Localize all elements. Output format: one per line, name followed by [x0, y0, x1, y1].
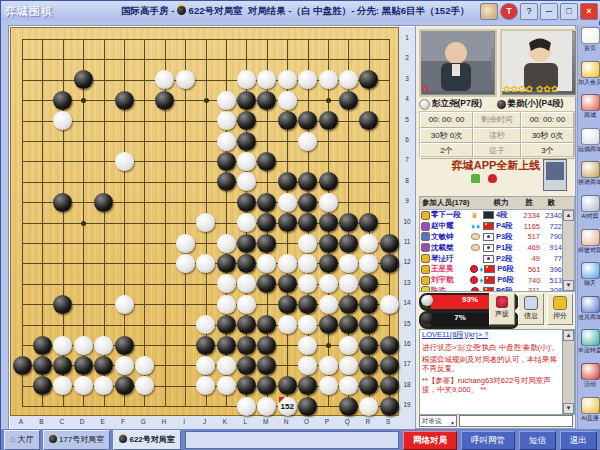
- player-wins: 2334: [518, 211, 540, 220]
- white-stone-F17: [115, 356, 134, 375]
- row-label-9: 9: [401, 197, 413, 204]
- member-mug-icon: [421, 243, 430, 252]
- white-stone-I3: [176, 70, 195, 89]
- player-rank: 4段: [496, 210, 518, 220]
- white-player-photo: ✿: [419, 29, 497, 97]
- white-stone-G17: [135, 356, 154, 375]
- 聊天-icon: [581, 262, 600, 279]
- white-stone-I11: [176, 234, 195, 253]
- 声援-button[interactable]: 声援: [489, 293, 515, 325]
- white-stone-L14: [237, 295, 256, 314]
- row-label-18: 18: [401, 381, 413, 388]
- participant-row[interactable]: 零下一段♛4段23342340: [420, 210, 563, 221]
- col-label-M: M: [261, 418, 271, 425]
- player-rank: P3段: [496, 232, 518, 242]
- white-stone-K18: [217, 376, 236, 395]
- member-mug-icon: [421, 265, 430, 274]
- board-panel: 152 12345678910111213141516171819 ABCDEF…: [8, 25, 416, 431]
- black-stone-K15: [217, 315, 236, 334]
- black-stone-M9: [257, 193, 276, 212]
- player-rank: P6段: [497, 275, 519, 285]
- side-icon-师徒对弈[interactable]: 师徒对弈: [578, 227, 600, 261]
- player-name: 陈浩: [431, 286, 471, 291]
- 短信-button[interactable]: 短信: [519, 431, 556, 450]
- white-stone-Q16: [339, 336, 358, 355]
- oval-badge-icon: [471, 244, 480, 251]
- black-stone-knob: [421, 312, 433, 324]
- col-label-H: H: [159, 418, 169, 425]
- col-label-E: E: [98, 418, 108, 425]
- side-icon-商城[interactable]: 商城: [578, 92, 600, 126]
- info-icon: [524, 296, 538, 310]
- white-stone-M19: [257, 397, 276, 416]
- flag-icon-cn: [483, 287, 494, 291]
- black-stone-L9: [237, 193, 256, 212]
- 信息-button[interactable]: 信息: [518, 293, 544, 325]
- last-move-stone: 152: [278, 397, 297, 416]
- white-stone-K17: [217, 356, 236, 375]
- 退出-button[interactable]: 退出: [560, 431, 597, 450]
- tab-622号对局室[interactable]: 622号对局室: [113, 430, 181, 450]
- chat-line: LOVE11(8段)(kr)> ?: [422, 331, 562, 340]
- row-coordinates: 12345678910111213141516171819: [401, 27, 413, 416]
- player-losses: 77: [540, 254, 563, 263]
- member-mug-icon: [421, 211, 430, 220]
- black-stone-P11: [319, 234, 338, 253]
- black-stone-C14: [53, 295, 72, 314]
- black-stone-S18: [380, 376, 399, 395]
- row-label-5: 5: [401, 116, 413, 123]
- white-stone-O12: [298, 254, 317, 273]
- goban[interactable]: 152: [10, 27, 399, 416]
- player-name: 沈載桀: [431, 243, 471, 253]
- black-stone-Q11: [339, 234, 358, 253]
- bottom-buttons: 网络对局呼叫网管短信退出: [403, 431, 600, 450]
- chat-target-dropdown[interactable]: 对谁说: [419, 415, 457, 427]
- black-player-photo: ✿✿✿✿ ✿✿✿: [500, 29, 578, 97]
- black-stone-A17: [13, 356, 32, 375]
- col-label-C: C: [57, 418, 67, 425]
- player-name: 王星昊: [431, 264, 470, 274]
- player-wins: 1165: [518, 222, 540, 231]
- column-coordinates: ABCDEFGHIJKLMNOPQRS: [10, 418, 399, 428]
- black-stone-O19: [298, 397, 317, 416]
- white-stone-O17: [298, 356, 317, 375]
- black-stone-S12: [380, 254, 399, 273]
- participant-rows: 零下一段♛4段23342340赵中耀♦♦P4段1165722文敏钟P3段5177…: [420, 210, 563, 291]
- captures-label: 提子: [473, 143, 521, 159]
- bet-icon: [553, 296, 567, 310]
- hand-cursor-icon[interactable]: [480, 3, 498, 20]
- black-stone-L4: [237, 91, 256, 110]
- player-losses: 396: [540, 265, 563, 274]
- participant-row[interactable]: 刘宇航♦P6段740513: [420, 275, 563, 286]
- scroll-up-icon[interactable]: ▲: [563, 210, 574, 221]
- black-stone-L12: [237, 254, 256, 273]
- col-label-N: N: [281, 418, 291, 425]
- clock-panel: 00: 00: 00 剩余时间 00: 00: 00 30秒 0次 读秒 30秒…: [419, 111, 575, 157]
- 首页-icon: [581, 27, 600, 44]
- flag-icon-cn: [484, 265, 495, 273]
- player-losses: 790: [540, 232, 563, 241]
- white-player-name: 彭立尧(P7段): [419, 98, 497, 110]
- black-captures: 3个: [521, 143, 574, 159]
- chat-scrollbar[interactable]: ▲ ▼: [562, 330, 574, 414]
- help-icon[interactable]: ?: [520, 3, 538, 20]
- white-stone-L7: [237, 152, 256, 171]
- row-label-8: 8: [401, 177, 413, 184]
- white-stone-R19: [359, 397, 378, 416]
- white-stone-N4: [278, 91, 297, 110]
- col-label-I: I: [179, 418, 189, 425]
- white-byoyomi: 30秒 0次: [420, 128, 473, 144]
- tab-大厅[interactable]: ⌂ 大厅: [4, 430, 40, 450]
- black-stone-F16: [115, 336, 134, 355]
- bomb-room-icon: [49, 435, 57, 443]
- player-wins: 49: [518, 254, 540, 263]
- player-losses: 308: [540, 286, 563, 291]
- grid-line: [22, 406, 389, 407]
- white-stone-N3: [278, 70, 297, 89]
- player-name: 零下一段: [431, 210, 471, 220]
- white-stone-knob: [421, 294, 433, 306]
- maximize-button[interactable]: □: [560, 3, 578, 20]
- side-icon-幸运转盘[interactable]: 幸运转盘: [578, 327, 600, 361]
- room-tabs: ⌂ 大厅 177号对局室 622号对局室: [1, 430, 181, 450]
- side-icon-聊天[interactable]: 聊天: [578, 260, 600, 294]
- white-stone-E16: [94, 336, 113, 355]
- crown-icon: ♛: [471, 211, 478, 220]
- star-point: [81, 221, 86, 226]
- black-stone-K8: [217, 172, 236, 191]
- member-mug-icon: [421, 254, 430, 263]
- side-icon-加入会员[interactable]: 加入会员: [578, 59, 600, 93]
- row-label-2: 2: [401, 54, 413, 61]
- player-name: 琴沚玗: [431, 254, 471, 264]
- black-stone-S16: [380, 336, 399, 355]
- AI对弈-icon: [581, 195, 600, 212]
- participant-list-header: 参加人员(178) 棋力 胜 败: [420, 197, 574, 210]
- minimize-button[interactable]: ─: [540, 3, 558, 20]
- support-bars: 93% 7% 声援信息押分: [419, 293, 573, 327]
- black-stone-C4: [53, 91, 72, 110]
- flag-icon-cn: [483, 222, 494, 230]
- black-stone-F4: [115, 91, 134, 110]
- black-stone-Q4: [339, 91, 358, 110]
- app-banner[interactable]: 弈城APP全新上线: [419, 158, 573, 196]
- flag-icon-dark: [483, 211, 494, 219]
- home-icon: ⌂: [10, 434, 15, 444]
- record-icon[interactable]: T: [500, 3, 518, 20]
- player-losses: 914: [540, 243, 563, 252]
- black-stone-N10: [278, 213, 297, 232]
- chat-messages: LOVE11(8段)(kr)> ?进行状态>'彭立尧'执白 中盘胜'姜勋(小)'…: [422, 331, 562, 398]
- player-losses: 513: [540, 276, 563, 285]
- AI直播-icon: [581, 397, 600, 414]
- 棋谱商城-icon: [581, 161, 600, 178]
- black-stone-R14: [359, 295, 378, 314]
- row-label-15: 15: [401, 320, 413, 327]
- black-stone-F18: [115, 376, 134, 395]
- roster-scrollbar[interactable]: ▲ ▼: [562, 210, 574, 291]
- col-label-O: O: [302, 418, 312, 425]
- black-stone-Q15: [339, 315, 358, 334]
- chat-scroll-down-icon[interactable]: ▼: [563, 403, 574, 414]
- black-stone-L16: [237, 336, 256, 355]
- member-mug-icon: [421, 286, 430, 291]
- android-icon: [471, 174, 480, 183]
- white-stone-icon: [419, 99, 430, 110]
- row-label-16: 16: [401, 340, 413, 347]
- white-captures: 2个: [420, 143, 473, 159]
- player-wins: 517: [518, 232, 540, 241]
- white-stone-K6: [217, 132, 236, 151]
- white-stone-P17: [319, 356, 338, 375]
- row-label-7: 7: [401, 156, 413, 163]
- white-stone-O11: [298, 234, 317, 253]
- white-stone-R11: [359, 234, 378, 253]
- bottom-bar: ⌂ 大厅 177号对局室 622号对局室 网络对局呼叫网管短信退出: [1, 429, 600, 450]
- row-label-4: 4: [401, 95, 413, 102]
- black-stone-L17: [237, 356, 256, 375]
- black-stone-L5: [237, 111, 256, 130]
- member-mug-icon: [421, 276, 430, 285]
- support-buttons: 声援信息押分: [489, 293, 573, 325]
- 加入会员-icon: [581, 61, 600, 78]
- col-label-G: G: [138, 418, 148, 425]
- black-stone-Q10: [339, 213, 358, 232]
- row-label-11: 11: [401, 238, 413, 245]
- 道具商城-icon: [581, 296, 600, 313]
- player-rank: P4段: [496, 221, 518, 231]
- chat-line: 根据弈城规则及对局者的认可，本结果将不再反复。: [422, 356, 562, 373]
- app-window: 弈城围棋 国际高手房 - 622号对局室 对局结果 -（白 中盘胜）- 分先: …: [0, 0, 600, 450]
- black-stone-N14: [278, 295, 297, 314]
- chat-window: LOVE11(8段)(kr)> ?进行状态>'彭立尧'执白 中盘胜'姜勋(小)'…: [419, 329, 575, 415]
- white-stone-K13: [217, 274, 236, 293]
- col-label-B: B: [36, 418, 46, 425]
- participant-row[interactable]: 琴沚玗P2段4977: [420, 253, 563, 264]
- tab-177号对局室[interactable]: 177号对局室: [43, 430, 111, 450]
- row-label-13: 13: [401, 279, 413, 286]
- col-label-L: L: [240, 418, 250, 425]
- black-stone-K16: [217, 336, 236, 355]
- side-icon-道具商城[interactable]: 道具商城: [578, 294, 600, 328]
- row-label-10: 10: [401, 218, 413, 225]
- black-stone-E17: [94, 356, 113, 375]
- 活动-icon: [581, 363, 600, 380]
- player-rank: P6段: [496, 286, 518, 291]
- row-label-19: 19: [401, 401, 413, 408]
- white-stone-D16: [74, 336, 93, 355]
- black-stone-N18: [278, 376, 297, 395]
- row-label-14: 14: [401, 299, 413, 306]
- row-label-17: 17: [401, 360, 413, 367]
- white-stone-Q17: [339, 356, 358, 375]
- black-stone-Q14: [339, 295, 358, 314]
- phone-icon: [543, 159, 567, 191]
- black-stone-icon: [497, 100, 506, 109]
- col-label-D: D: [77, 418, 87, 425]
- scroll-down-icon[interactable]: ▼: [563, 280, 574, 291]
- chat-line: **【参赛】ruchang63对622号对局室声援，中奖9,000。 **: [422, 377, 562, 394]
- col-label-P: P: [322, 418, 332, 425]
- star-point: [204, 98, 209, 103]
- row-label-12: 12: [401, 258, 413, 265]
- white-stone-J12: [196, 254, 215, 273]
- gem-icon: ♦: [471, 222, 475, 231]
- 玩偶商城-icon: [581, 128, 600, 145]
- black-stone-M11: [257, 234, 276, 253]
- white-stone-C16: [53, 336, 72, 355]
- flag-icon-kr: [483, 244, 494, 252]
- col-label-S: S: [383, 418, 393, 425]
- player-rank: P1段: [496, 243, 518, 253]
- black-stone-K7: [217, 152, 236, 171]
- black-support-pct: 7%: [431, 313, 489, 327]
- white-stone-D18: [74, 376, 93, 395]
- white-stone-K4: [217, 91, 236, 110]
- white-stone-O6: [298, 132, 317, 151]
- side-icon-棋谱商城[interactable]: 棋谱商城: [578, 159, 600, 193]
- black-stone-B17: [33, 356, 52, 375]
- black-stone-L6: [237, 132, 256, 151]
- black-stone-S19: [380, 397, 399, 416]
- col-label-K: K: [220, 418, 230, 425]
- white-stone-N15: [278, 315, 297, 334]
- col-label-A: A: [16, 418, 26, 425]
- app-logo: 弈城围棋: [5, 4, 53, 19]
- window-title: 国际高手房 - 622号对局室 对局结果 -（白 中盘胜）- 分先: 黑贴6目半…: [121, 5, 451, 18]
- col-label-Q: Q: [342, 418, 352, 425]
- black-stone-B16: [33, 336, 52, 355]
- black-stone-O9: [298, 193, 317, 212]
- side-icon-AI对弈[interactable]: AI对弈: [578, 193, 600, 227]
- black-stone-O14: [298, 295, 317, 314]
- player-losses: 722: [540, 222, 563, 231]
- 幸运转盘-icon: [581, 329, 600, 346]
- gem-icon: ♦: [476, 222, 480, 231]
- black-stone-J16: [196, 336, 215, 355]
- byoyomi-label: 读秒: [473, 128, 521, 144]
- red-badge-icon: [470, 265, 478, 273]
- black-stone-M16: [257, 336, 276, 355]
- col-label-J: J: [200, 418, 210, 425]
- participant-row[interactable]: 沈載桀P1段469914: [420, 242, 563, 253]
- apple-icon: [488, 174, 497, 183]
- black-stone-K12: [217, 254, 236, 273]
- titlebar: 弈城围棋 国际高手房 - 622号对局室 对局结果 -（白 中盘胜）- 分先: …: [1, 1, 600, 21]
- black-stone-P12: [319, 254, 338, 273]
- participant-row[interactable]: 赵中耀♦♦P4段1165722: [420, 221, 563, 232]
- black-stone-S11: [380, 234, 399, 253]
- black-stone-P15: [319, 315, 338, 334]
- flower-gifts-icon: ✿✿✿✿ ✿✿✿: [503, 85, 563, 94]
- side-icon-AI直播[interactable]: AI直播: [578, 395, 600, 429]
- row-label-6: 6: [401, 136, 413, 143]
- player-wins: 740: [519, 276, 541, 285]
- player-wins: 561: [519, 265, 541, 274]
- white-stone-P14: [319, 295, 338, 314]
- black-player-name: 姜勋(小)(P4段): [497, 98, 575, 110]
- chat-line: 进行状态>'彭立尧'执白 中盘胜'姜勋(小)'。: [422, 344, 562, 353]
- gem-icon: ♦: [479, 276, 483, 285]
- flower-gift-icon: ✿: [422, 85, 482, 94]
- black-byoyomi: 30秒 0次: [521, 128, 574, 144]
- oval-badge-icon: [471, 233, 480, 240]
- black-stone-L11: [237, 234, 256, 253]
- row-label-3: 3: [401, 75, 413, 82]
- white-stone-P18: [319, 376, 338, 395]
- flag-icon-kr: [483, 255, 494, 263]
- star-point: [326, 343, 331, 348]
- close-button[interactable]: ×: [580, 3, 598, 20]
- room-icon: [177, 6, 186, 15]
- white-time: 00: 00: 00: [420, 112, 473, 128]
- bottom-blank-field: [185, 431, 399, 449]
- white-stone-F7: [115, 152, 134, 171]
- member-mug-icon: [421, 232, 430, 241]
- side-icon-首页[interactable]: 首页: [578, 25, 600, 59]
- white-stone-J17: [196, 356, 215, 375]
- player-wins: 469: [518, 243, 540, 252]
- white-stone-P3: [319, 70, 338, 89]
- black-stone-N13: [278, 274, 297, 293]
- red-badge-icon: [470, 276, 478, 284]
- gem-icon: ♦: [479, 265, 483, 274]
- black-stone-D3: [74, 70, 93, 89]
- white-stone-K11: [217, 234, 236, 253]
- player-rank: P6段: [497, 264, 519, 274]
- black-stone-S17: [380, 356, 399, 375]
- 网络对局-button[interactable]: 网络对局: [403, 431, 457, 450]
- col-label-R: R: [363, 418, 373, 425]
- member-mug-icon: [421, 222, 430, 231]
- white-stone-O16: [298, 336, 317, 355]
- time-label: 剩余时间: [473, 112, 521, 128]
- 押分-button[interactable]: 押分: [547, 293, 573, 325]
- player-losses: 2340: [540, 211, 563, 220]
- chat-input[interactable]: [459, 415, 573, 427]
- col-label-F: F: [118, 418, 128, 425]
- participant-row[interactable]: 陈浩P6段311308: [420, 286, 563, 291]
- white-stone-I12: [176, 254, 195, 273]
- 商城-icon: [581, 94, 600, 111]
- black-stone-M4: [257, 91, 276, 110]
- black-stone-N8: [278, 172, 297, 191]
- black-stone-N5: [278, 111, 297, 130]
- player-wins: 311: [518, 286, 540, 291]
- 呼叫网管-button[interactable]: 呼叫网管: [461, 431, 515, 450]
- game-info-panel: ✿ ✿✿✿✿ ✿✿✿ 彭立尧(P7段) 姜勋(小)(P4段) 00: 00: 0…: [415, 25, 576, 429]
- bomb-room-icon: [119, 435, 127, 443]
- white-stone-N12: [278, 254, 297, 273]
- white-stone-S14: [380, 295, 399, 314]
- white-stone-P9: [319, 193, 338, 212]
- side-icon-玩偶商城[interactable]: 玩偶商城: [578, 126, 600, 160]
- side-icon-活动[interactable]: 活动: [578, 361, 600, 395]
- black-stone-Q19: [339, 397, 358, 416]
- participant-row[interactable]: 文敏钟P3段517790: [420, 232, 563, 243]
- chat-scroll-up-icon[interactable]: ▲: [563, 330, 574, 341]
- player-name: 赵中耀: [431, 221, 471, 231]
- black-stone-H4: [155, 91, 174, 110]
- player-name: 刘宇航: [431, 275, 470, 285]
- participant-row[interactable]: 王星昊♦P6段561396: [420, 264, 563, 275]
- black-stone-P8: [319, 172, 338, 191]
- black-stone-R16: [359, 336, 378, 355]
- black-time: 00: 00: 00: [521, 112, 574, 128]
